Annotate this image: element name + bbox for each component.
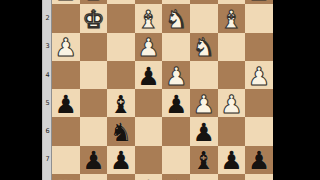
square-e2: ♝ — [135, 4, 163, 32]
piece-white-pawn-h3: ♟ — [55, 35, 77, 60]
square-f4 — [107, 61, 135, 89]
piece-black-king-e8: ♚ — [137, 176, 159, 180]
square-b8 — [218, 174, 246, 180]
square-f8 — [107, 174, 135, 180]
square-d4: ♟ — [162, 61, 190, 89]
rank-label-3: 3 — [43, 43, 52, 50]
square-d3 — [162, 33, 190, 61]
square-e5 — [135, 89, 163, 117]
piece-white-rook-h1: ♜ — [55, 0, 77, 3]
piece-black-pawn-f7: ♟ — [110, 148, 132, 173]
square-f2 — [107, 4, 135, 32]
rank-coordinates-strip: 12345678 — [42, 0, 52, 180]
square-g3 — [80, 33, 108, 61]
square-c7: ♝ — [190, 146, 218, 174]
piece-white-knight-d2: ♞ — [165, 6, 187, 31]
square-b5: ♟ — [218, 89, 246, 117]
piece-white-bishop-b2: ♝ — [220, 6, 242, 31]
square-e7 — [135, 146, 163, 174]
square-a8: ♜ — [245, 174, 273, 180]
square-f7: ♟ — [107, 146, 135, 174]
piece-white-rook-a1: ♜ — [248, 0, 270, 3]
square-a3 — [245, 33, 273, 61]
piece-black-bishop-f5: ♝ — [110, 91, 132, 116]
square-c8 — [190, 174, 218, 180]
square-b4 — [218, 61, 246, 89]
square-b2: ♝ — [218, 4, 246, 32]
piece-black-pawn-e4: ♟ — [137, 63, 159, 88]
square-g6 — [80, 117, 108, 145]
square-d8: ♛ — [162, 174, 190, 180]
piece-black-pawn-a7: ♟ — [248, 148, 270, 173]
square-e4: ♟ — [135, 61, 163, 89]
piece-white-bishop-e2: ♝ — [137, 6, 159, 31]
square-g8 — [80, 174, 108, 180]
square-f5: ♝ — [107, 89, 135, 117]
piece-black-rook-h8: ♜ — [55, 176, 77, 180]
square-a5 — [245, 89, 273, 117]
square-g5 — [80, 89, 108, 117]
square-h3: ♟ — [52, 33, 80, 61]
chess-board: ♜♛♜♚♝♞♝♟♟♞♟♟♟♟♝♟♟♟♞♟♟♟♝♟♟♜♚♛♜ — [52, 0, 273, 180]
square-f6: ♞ — [107, 117, 135, 145]
piece-black-bishop-c7: ♝ — [193, 148, 215, 173]
piece-white-knight-c3: ♞ — [193, 35, 215, 60]
square-h8: ♜ — [52, 174, 80, 180]
piece-black-pawn-b7: ♟ — [220, 148, 242, 173]
rank-label-2: 2 — [43, 15, 52, 22]
square-h1: ♜ — [52, 0, 80, 4]
square-c6: ♟ — [190, 117, 218, 145]
piece-black-rook-a8: ♜ — [248, 176, 270, 180]
rank-label-6: 6 — [43, 128, 52, 135]
square-d6 — [162, 117, 190, 145]
square-a2 — [245, 4, 273, 32]
square-d5: ♟ — [162, 89, 190, 117]
square-f3 — [107, 33, 135, 61]
square-d7 — [162, 146, 190, 174]
piece-black-queen-d8: ♛ — [165, 176, 187, 180]
video-frame: 12345678 ♜♛♜♚♝♞♝♟♟♞♟♟♟♟♝♟♟♟♞♟♟♟♝♟♟♜♚♛♜ — [0, 0, 320, 180]
rank-label-5: 5 — [43, 100, 52, 107]
square-g7: ♟ — [80, 146, 108, 174]
square-h2 — [52, 4, 80, 32]
piece-white-pawn-c5: ♟ — [193, 91, 215, 116]
square-c4 — [190, 61, 218, 89]
square-h6 — [52, 117, 80, 145]
square-d2: ♞ — [162, 4, 190, 32]
square-h7 — [52, 146, 80, 174]
piece-white-pawn-b5: ♟ — [220, 91, 242, 116]
piece-black-pawn-c6: ♟ — [193, 120, 215, 145]
square-e3: ♟ — [135, 33, 163, 61]
square-e6 — [135, 117, 163, 145]
square-a7: ♟ — [245, 146, 273, 174]
square-c3: ♞ — [190, 33, 218, 61]
square-b3 — [218, 33, 246, 61]
square-g4 — [80, 61, 108, 89]
piece-white-pawn-d4: ♟ — [165, 63, 187, 88]
square-b7: ♟ — [218, 146, 246, 174]
piece-white-pawn-e3: ♟ — [137, 35, 159, 60]
square-c2 — [190, 4, 218, 32]
square-a4: ♟ — [245, 61, 273, 89]
rank-label-7: 7 — [43, 156, 52, 163]
rank-label-4: 4 — [43, 72, 52, 79]
piece-white-king-g2: ♚ — [82, 6, 104, 31]
square-a1: ♜ — [245, 0, 273, 4]
square-g2: ♚ — [80, 4, 108, 32]
square-e8: ♚ — [135, 174, 163, 180]
piece-black-pawn-d5: ♟ — [165, 91, 187, 116]
piece-white-pawn-a4: ♟ — [248, 63, 270, 88]
square-a6 — [245, 117, 273, 145]
square-h4 — [52, 61, 80, 89]
piece-black-pawn-h5: ♟ — [55, 91, 77, 116]
square-c5: ♟ — [190, 89, 218, 117]
piece-black-pawn-g7: ♟ — [82, 148, 104, 173]
piece-white-queen-g1: ♛ — [82, 0, 104, 3]
square-h5: ♟ — [52, 89, 80, 117]
piece-black-knight-f6: ♞ — [110, 120, 132, 145]
square-b6 — [218, 117, 246, 145]
